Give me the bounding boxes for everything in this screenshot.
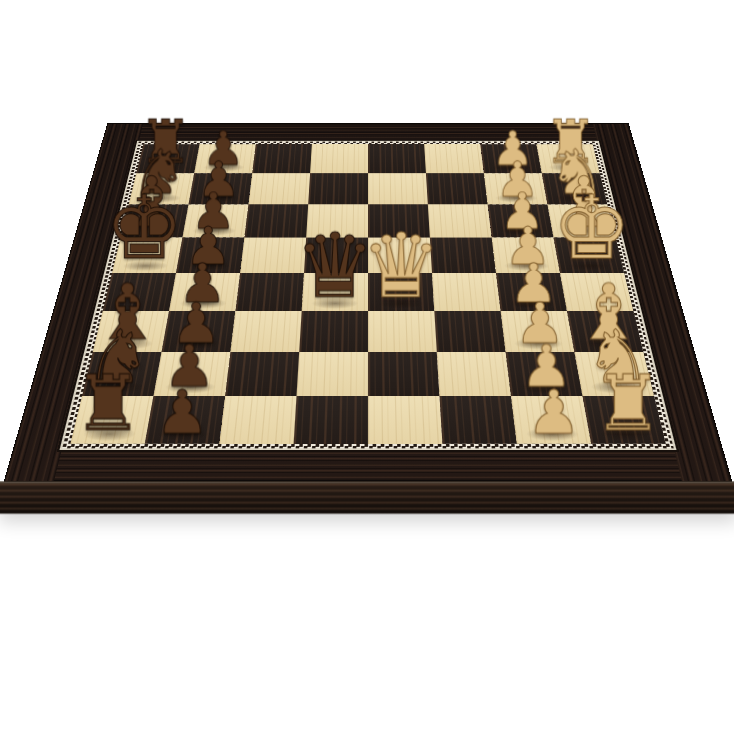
white-rook-a1[interactable]: ♜	[594, 366, 663, 443]
black-pawn-a7[interactable]: ♟	[155, 382, 209, 442]
white-pawn-a2[interactable]: ♟	[527, 382, 581, 442]
square-b5[interactable]	[297, 352, 368, 396]
square-g5[interactable]	[308, 173, 368, 204]
square-c6[interactable]	[230, 311, 301, 352]
square-a3[interactable]	[439, 396, 516, 444]
square-a1[interactable]: ♜	[582, 396, 665, 444]
square-d5[interactable]: ♛	[302, 273, 368, 311]
square-g4[interactable]	[368, 173, 428, 204]
chess-board: ♜♟♟♜♞♟♟♞♝♟♟♝♚♟♟♚♟♛♛♟♝♟♟♝♞♟♟♞♜♟♟♜	[3, 123, 732, 482]
board-front-edge	[0, 481, 734, 513]
product-photo-background: ♜♟♟♜♞♟♟♞♝♟♟♝♚♟♟♚♟♛♛♟♝♟♟♝♞♟♟♞♜♟♟♜	[0, 0, 734, 735]
board-grid: ♜♟♟♜♞♟♟♞♝♟♟♝♚♟♟♚♟♛♛♟♝♟♟♝♞♟♟♞♜♟♟♜	[70, 144, 665, 444]
square-b3[interactable]	[437, 352, 511, 396]
square-h5[interactable]	[310, 144, 368, 173]
square-b6[interactable]	[225, 352, 299, 396]
square-c4[interactable]	[368, 311, 437, 352]
black-rook-a8[interactable]: ♜	[74, 366, 143, 443]
square-a6[interactable]	[219, 396, 296, 444]
square-d4[interactable]: ♛	[368, 273, 434, 311]
square-d6[interactable]	[235, 273, 304, 311]
white-king-e1[interactable]: ♚	[552, 184, 631, 272]
square-b4[interactable]	[368, 352, 439, 396]
square-c3[interactable]	[434, 311, 505, 352]
square-g3[interactable]	[426, 173, 488, 204]
square-a8[interactable]: ♜	[70, 396, 153, 444]
square-d3[interactable]	[432, 273, 501, 311]
square-h6[interactable]	[252, 144, 312, 173]
square-a4[interactable]	[368, 396, 442, 444]
square-g6[interactable]	[248, 173, 310, 204]
checkered-inlay-border: ♜♟♟♜♞♟♟♞♝♟♟♝♚♟♟♚♟♛♛♟♝♟♟♝♞♟♟♞♜♟♟♜	[62, 142, 673, 449]
square-a7[interactable]: ♟	[145, 396, 225, 444]
square-c5[interactable]	[299, 311, 368, 352]
square-a2[interactable]: ♟	[511, 396, 591, 444]
black-king-e8[interactable]: ♚	[105, 184, 184, 272]
square-a5[interactable]	[294, 396, 368, 444]
white-queen-d4[interactable]: ♛	[361, 221, 441, 310]
square-h4[interactable]	[368, 144, 426, 173]
square-h3[interactable]	[424, 144, 484, 173]
